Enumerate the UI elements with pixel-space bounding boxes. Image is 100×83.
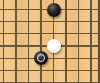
white-stone[interactable] — [47, 39, 61, 53]
go-board[interactable] — [0, 0, 100, 83]
grid-line-horizontal — [0, 21, 100, 22]
black-stone[interactable] — [34, 51, 48, 65]
grid-line-horizontal — [0, 33, 100, 34]
black-stone[interactable] — [47, 3, 61, 17]
grid-line-horizontal — [0, 58, 100, 59]
grid-line-horizontal — [0, 82, 100, 83]
grid-line-horizontal — [0, 70, 100, 71]
last-move-marker — [37, 54, 46, 63]
grid-line-right-edge — [98, 0, 100, 83]
